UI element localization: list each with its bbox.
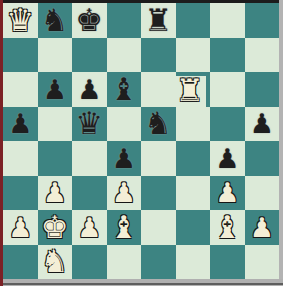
square-c7[interactable] bbox=[72, 38, 107, 73]
black-rook[interactable]: ♜ bbox=[144, 5, 172, 36]
square-a2[interactable]: ♟ bbox=[3, 210, 38, 245]
chess-app-window: ♛♞♚♜♟♟♝♜♟♛♞♟♟♟♟♟♟♟♚♟♝♝♟♞ bbox=[0, 0, 283, 286]
square-e4[interactable] bbox=[141, 141, 176, 176]
black-pawn[interactable]: ♟ bbox=[8, 110, 32, 137]
square-a7[interactable] bbox=[3, 38, 38, 73]
black-pawn[interactable]: ♟ bbox=[112, 145, 136, 172]
square-d2[interactable]: ♝ bbox=[107, 210, 142, 245]
square-b3[interactable]: ♟ bbox=[38, 176, 73, 211]
square-c2[interactable]: ♟ bbox=[72, 210, 107, 245]
white-rook[interactable]: ♜ bbox=[176, 75, 204, 106]
square-e7[interactable] bbox=[141, 38, 176, 73]
square-f4[interactable] bbox=[176, 141, 211, 176]
square-h2[interactable]: ♟ bbox=[245, 210, 280, 245]
board-border-bottom bbox=[0, 279, 283, 286]
square-b8[interactable]: ♞ bbox=[38, 3, 73, 38]
square-a4[interactable] bbox=[3, 141, 38, 176]
square-f8[interactable] bbox=[176, 3, 211, 38]
square-f2[interactable] bbox=[176, 210, 211, 245]
white-pawn[interactable]: ♟ bbox=[250, 214, 274, 241]
square-e1[interactable] bbox=[141, 245, 176, 280]
square-b6[interactable]: ♟ bbox=[38, 72, 73, 107]
square-b7[interactable] bbox=[38, 38, 73, 73]
black-pawn[interactable]: ♟ bbox=[43, 76, 67, 103]
white-knight[interactable]: ♞ bbox=[41, 246, 69, 277]
square-c5[interactable]: ♛ bbox=[72, 107, 107, 142]
square-b1[interactable]: ♞ bbox=[38, 245, 73, 280]
square-f5[interactable] bbox=[176, 107, 211, 142]
square-f7[interactable] bbox=[176, 38, 211, 73]
square-g5[interactable] bbox=[210, 107, 245, 142]
square-c1[interactable] bbox=[72, 245, 107, 280]
square-g3[interactable]: ♟ bbox=[210, 176, 245, 211]
white-bishop[interactable]: ♝ bbox=[110, 212, 138, 243]
square-g1[interactable] bbox=[210, 245, 245, 280]
white-queen[interactable]: ♛ bbox=[6, 5, 34, 36]
square-b5[interactable] bbox=[38, 107, 73, 142]
square-g8[interactable] bbox=[210, 3, 245, 38]
black-pawn[interactable]: ♟ bbox=[77, 76, 101, 103]
square-d1[interactable] bbox=[107, 245, 142, 280]
square-d8[interactable] bbox=[107, 3, 142, 38]
square-g2[interactable]: ♝ bbox=[210, 210, 245, 245]
square-a5[interactable]: ♟ bbox=[3, 107, 38, 142]
white-pawn[interactable]: ♟ bbox=[8, 214, 32, 241]
square-d3[interactable]: ♟ bbox=[107, 176, 142, 211]
square-d5[interactable] bbox=[107, 107, 142, 142]
square-a6[interactable] bbox=[3, 72, 38, 107]
square-e3[interactable] bbox=[141, 176, 176, 211]
square-f1[interactable] bbox=[176, 245, 211, 280]
board-border-left bbox=[0, 0, 3, 283]
square-g6[interactable] bbox=[210, 72, 245, 107]
square-g4[interactable]: ♟ bbox=[210, 141, 245, 176]
square-g7[interactable] bbox=[210, 38, 245, 73]
square-c6[interactable]: ♟ bbox=[72, 72, 107, 107]
square-h8[interactable] bbox=[245, 3, 280, 38]
square-d6[interactable]: ♝ bbox=[107, 72, 142, 107]
square-a8[interactable]: ♛ bbox=[3, 3, 38, 38]
square-e6[interactable] bbox=[141, 72, 176, 107]
white-bishop[interactable]: ♝ bbox=[213, 212, 241, 243]
square-e5[interactable]: ♞ bbox=[141, 107, 176, 142]
square-c4[interactable] bbox=[72, 141, 107, 176]
black-bishop[interactable]: ♝ bbox=[110, 74, 138, 105]
square-b2[interactable]: ♚ bbox=[38, 210, 73, 245]
square-c3[interactable] bbox=[72, 176, 107, 211]
square-b4[interactable] bbox=[38, 141, 73, 176]
black-king[interactable]: ♚ bbox=[75, 5, 103, 36]
black-pawn[interactable]: ♟ bbox=[250, 110, 274, 137]
white-king[interactable]: ♚ bbox=[41, 212, 69, 243]
board-border-right bbox=[279, 0, 283, 286]
square-h6[interactable] bbox=[245, 72, 280, 107]
white-pawn[interactable]: ♟ bbox=[43, 179, 67, 206]
white-pawn[interactable]: ♟ bbox=[112, 179, 136, 206]
square-e8[interactable]: ♜ bbox=[141, 3, 176, 38]
square-h3[interactable] bbox=[245, 176, 280, 211]
black-pawn[interactable]: ♟ bbox=[215, 145, 239, 172]
square-f6[interactable]: ♜ bbox=[176, 72, 211, 107]
square-a1[interactable] bbox=[3, 245, 38, 280]
chess-board: ♛♞♚♜♟♟♝♜♟♛♞♟♟♟♟♟♟♟♚♟♝♝♟♞ bbox=[3, 3, 279, 279]
square-d7[interactable] bbox=[107, 38, 142, 73]
board-border-corner bbox=[0, 279, 3, 286]
square-h4[interactable] bbox=[245, 141, 280, 176]
board-border-bottom-edge bbox=[0, 283, 283, 285]
square-c8[interactable]: ♚ bbox=[72, 3, 107, 38]
black-queen[interactable]: ♛ bbox=[75, 108, 103, 139]
square-h5[interactable]: ♟ bbox=[245, 107, 280, 142]
square-h1[interactable] bbox=[245, 245, 280, 280]
square-h7[interactable] bbox=[245, 38, 280, 73]
white-pawn[interactable]: ♟ bbox=[77, 214, 101, 241]
square-e2[interactable] bbox=[141, 210, 176, 245]
square-a3[interactable] bbox=[3, 176, 38, 211]
square-d4[interactable]: ♟ bbox=[107, 141, 142, 176]
square-f3[interactable] bbox=[176, 176, 211, 211]
black-knight[interactable]: ♞ bbox=[144, 108, 172, 139]
white-pawn[interactable]: ♟ bbox=[215, 179, 239, 206]
black-knight[interactable]: ♞ bbox=[41, 5, 69, 36]
